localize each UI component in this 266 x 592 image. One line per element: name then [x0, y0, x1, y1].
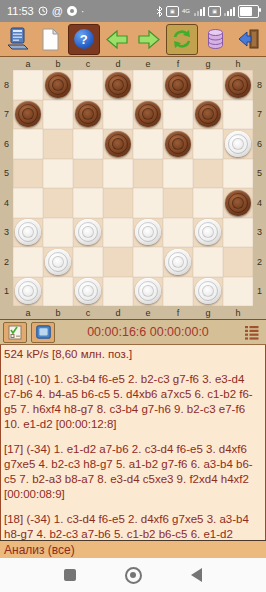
file-label: b: [43, 57, 73, 70]
computer-icon: [7, 27, 29, 51]
square-d7[interactable]: [103, 100, 133, 130]
white-man-piece[interactable]: [195, 278, 221, 304]
back-arrow-icon: [105, 30, 129, 49]
square-h2[interactable]: [223, 247, 253, 277]
square-d2[interactable]: [103, 247, 133, 277]
computer-play-button[interactable]: [3, 25, 33, 54]
square-e2[interactable]: [133, 247, 163, 277]
rank-label: 8: [253, 70, 266, 100]
white-man-piece[interactable]: [135, 278, 161, 304]
android-nav-bar: [0, 558, 266, 592]
exit-button[interactable]: [233, 25, 263, 54]
white-man-piece[interactable]: [15, 278, 41, 304]
white-man-piece[interactable]: [135, 219, 161, 245]
phone-icon: [67, 6, 77, 16]
square-d5[interactable]: [103, 159, 133, 189]
square-d4[interactable]: [103, 188, 133, 218]
file-label: e: [133, 57, 163, 70]
file-label: g: [193, 57, 223, 70]
checkers-board: abcdefgh8877665544332211abcdefgh: [0, 57, 266, 319]
sub-toolbar: 00:00:16:6 00:00:00:0: [0, 320, 266, 345]
new-document-icon: [41, 28, 60, 51]
square-a4[interactable]: [13, 188, 43, 218]
square-f5[interactable]: [163, 159, 193, 189]
file-label: c: [73, 57, 103, 70]
app-window: 11:53 @ · ▣ 4G ▣: [0, 0, 266, 592]
square-g2[interactable]: [193, 247, 223, 277]
board-corner: [0, 306, 13, 319]
board-view-button[interactable]: [31, 322, 55, 343]
square-a6[interactable]: [13, 129, 43, 159]
square-h4[interactable]: [223, 188, 253, 218]
square-f8[interactable]: [163, 70, 193, 100]
square-c2[interactable]: [73, 247, 103, 277]
square-b4[interactable]: [43, 188, 73, 218]
file-label: e: [133, 306, 163, 319]
square-h8[interactable]: [223, 70, 253, 100]
white-man-piece[interactable]: [75, 278, 101, 304]
dot-icon: ·: [81, 6, 84, 17]
white-man-piece[interactable]: [165, 249, 191, 275]
square-d3[interactable]: [103, 218, 133, 248]
square-f1[interactable]: [163, 277, 193, 307]
file-label: d: [103, 306, 133, 319]
square-e3[interactable]: [133, 218, 163, 248]
black-man-piece[interactable]: [45, 72, 71, 98]
sim2-icon: ▣: [208, 6, 221, 17]
screen-icon: [36, 325, 51, 339]
square-c8[interactable]: [73, 70, 103, 100]
square-h3[interactable]: [223, 218, 253, 248]
board-corner: [253, 57, 266, 70]
square-e8[interactable]: [133, 70, 163, 100]
black-man-piece[interactable]: [105, 72, 131, 98]
file-label: d: [103, 57, 133, 70]
square-b2[interactable]: [43, 247, 73, 277]
square-c6[interactable]: [73, 129, 103, 159]
rank-label: 7: [253, 100, 266, 130]
white-man-piece[interactable]: [195, 219, 221, 245]
hint-analysis-button[interactable]: ?: [68, 24, 100, 55]
status-bar: 11:53 @ · ▣ 4G ▣: [0, 0, 266, 22]
square-g7[interactable]: [193, 100, 223, 130]
square-h5[interactable]: [223, 159, 253, 189]
at-sign-icon: @: [52, 5, 63, 17]
black-man-piece[interactable]: [135, 101, 161, 127]
square-a7[interactable]: [13, 100, 43, 130]
mode-label: Анализ (все): [4, 543, 75, 557]
file-label: f: [163, 306, 193, 319]
white-man-piece[interactable]: [15, 219, 41, 245]
square-f2[interactable]: [163, 247, 193, 277]
black-man-piece[interactable]: [165, 131, 191, 157]
rank-label: 8: [0, 70, 13, 100]
help-icon: ?: [74, 29, 94, 49]
battery-icon: [238, 5, 259, 18]
square-e4[interactable]: [133, 188, 163, 218]
rank-label: 6: [0, 129, 13, 159]
network-4g-label: 4G: [182, 8, 190, 14]
rank-label: 5: [0, 159, 13, 189]
database-button[interactable]: [201, 25, 231, 54]
square-b6[interactable]: [43, 129, 73, 159]
square-c3[interactable]: [73, 218, 103, 248]
square-h6[interactable]: [223, 129, 253, 159]
file-label: h: [223, 57, 253, 70]
square-a2[interactable]: [13, 247, 43, 277]
square-e6[interactable]: [133, 129, 163, 159]
square-f3[interactable]: [163, 218, 193, 248]
undo-move-button[interactable]: [102, 25, 132, 54]
rank-label: 2: [253, 247, 266, 277]
forward-arrow-icon: [137, 30, 161, 49]
volte-icon: ▣: [166, 6, 179, 17]
file-label: c: [73, 306, 103, 319]
rank-label: 4: [253, 188, 266, 218]
square-h1[interactable]: [223, 277, 253, 307]
square-c1[interactable]: [73, 277, 103, 307]
black-man-piece[interactable]: [225, 72, 251, 98]
signal-bars-sim1-icon: [194, 7, 205, 16]
square-a8[interactable]: [13, 70, 43, 100]
back-button[interactable]: [191, 568, 202, 582]
square-e1[interactable]: [133, 277, 163, 307]
bluetooth-icon: [156, 6, 163, 17]
square-e7[interactable]: [133, 100, 163, 130]
black-man-piece[interactable]: [195, 101, 221, 127]
square-g1[interactable]: [193, 277, 223, 307]
square-c7[interactable]: [73, 100, 103, 130]
black-man-piece[interactable]: [165, 72, 191, 98]
square-g3[interactable]: [193, 218, 223, 248]
square-h7[interactable]: [223, 100, 253, 130]
game-clocks: 00:00:16:6 00:00:00:0: [59, 325, 237, 339]
square-e5[interactable]: [133, 159, 163, 189]
recent-apps-button[interactable]: [64, 569, 76, 581]
square-g8[interactable]: [193, 70, 223, 100]
database-icon: [206, 28, 225, 50]
square-g5[interactable]: [193, 159, 223, 189]
square-d1[interactable]: [103, 277, 133, 307]
rank-label: 4: [0, 188, 13, 218]
engine-speed-line: 524 kP/s [8,60 млн. поз.]: [4, 347, 262, 362]
signal-bars-sim2-icon: [224, 7, 235, 16]
rank-label: 3: [253, 218, 266, 248]
main-toolbar: ?: [0, 22, 266, 57]
rank-label: 6: [253, 129, 266, 159]
exit-door-icon: [237, 29, 259, 49]
square-a5[interactable]: [13, 159, 43, 189]
black-man-piece[interactable]: [225, 190, 251, 216]
rank-label: 3: [0, 218, 13, 248]
analysis-line: [18] (-34) 1. c3-d4 f6-e5 2. d4xf6 g7xe5…: [4, 512, 262, 540]
file-label: h: [223, 306, 253, 319]
square-b5[interactable]: [43, 159, 73, 189]
square-g4[interactable]: [193, 188, 223, 218]
file-label: a: [13, 306, 43, 319]
analysis-line: [18] (-10) 1. c3-b4 f6-e5 2. b2-c3 g7-f6…: [4, 372, 262, 432]
file-label: a: [13, 57, 43, 70]
analysis-report-button[interactable]: [3, 322, 27, 343]
square-c4[interactable]: [73, 188, 103, 218]
mode-status-bar: Анализ (все): [0, 540, 266, 558]
file-label: f: [163, 57, 193, 70]
flip-refresh-icon: [171, 28, 193, 50]
moves-list-button[interactable]: [241, 323, 263, 342]
rank-label: 1: [253, 277, 266, 307]
status-time: 11:53: [7, 5, 34, 17]
black-man-piece[interactable]: [105, 131, 131, 157]
square-b8[interactable]: [43, 70, 73, 100]
black-man-piece[interactable]: [75, 101, 101, 127]
square-c5[interactable]: [73, 159, 103, 189]
square-b1[interactable]: [43, 277, 73, 307]
square-f6[interactable]: [163, 129, 193, 159]
square-b3[interactable]: [43, 218, 73, 248]
white-man-piece[interactable]: [45, 249, 71, 275]
analysis-line: [17] (-34) 1. e1-d2 a7-b6 2. c3-d4 f6-e5…: [4, 442, 262, 502]
list-icon: [244, 325, 260, 340]
white-man-piece[interactable]: [225, 131, 251, 157]
file-label: b: [43, 306, 73, 319]
rank-label: 7: [0, 100, 13, 130]
flip-board-button[interactable]: [166, 24, 198, 55]
square-g6[interactable]: [193, 129, 223, 159]
rank-label: 2: [0, 247, 13, 277]
board-area: abcdefgh8877665544332211abcdefgh: [0, 57, 266, 320]
analysis-panel[interactable]: 524 kP/s [8,60 млн. поз.] [18] (-10) 1. …: [0, 345, 266, 540]
board-corner: [0, 57, 13, 70]
square-d6[interactable]: [103, 129, 133, 159]
white-man-piece[interactable]: [75, 219, 101, 245]
home-button[interactable]: [125, 567, 142, 584]
square-b7[interactable]: [43, 100, 73, 130]
file-label: g: [193, 306, 223, 319]
rank-label: 5: [253, 159, 266, 189]
board-corner: [253, 306, 266, 319]
square-f4[interactable]: [163, 188, 193, 218]
black-man-piece[interactable]: [15, 101, 41, 127]
rank-label: 1: [0, 277, 13, 307]
checklist-icon: [8, 325, 22, 340]
square-d8[interactable]: [103, 70, 133, 100]
square-a3[interactable]: [13, 218, 43, 248]
new-game-button[interactable]: [35, 25, 65, 54]
redo-move-button[interactable]: [134, 25, 164, 54]
square-f7[interactable]: [163, 100, 193, 130]
square-a1[interactable]: [13, 277, 43, 307]
alarm-clock-icon: [38, 6, 48, 16]
